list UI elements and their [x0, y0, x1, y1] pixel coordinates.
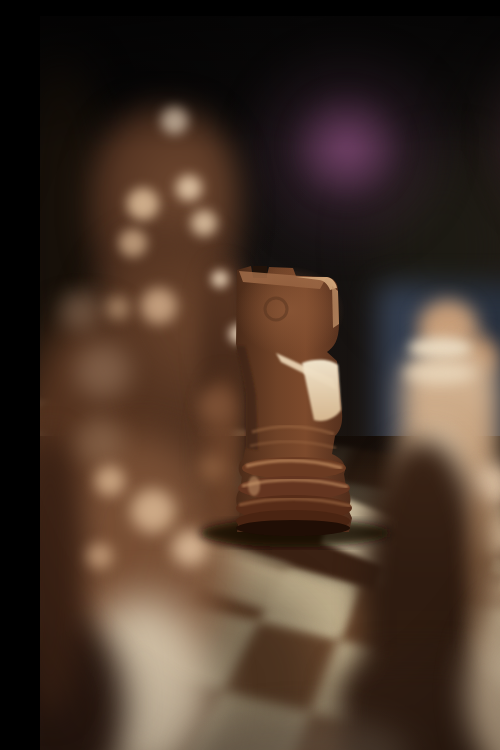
knight-face-sheen [235, 266, 345, 356]
knight-base-contact [236, 520, 350, 536]
photo-stage: Low-angle macro photograph of a wooden c… [40, 16, 500, 750]
knight-base-speck [248, 476, 260, 496]
knight-piece [40, 16, 500, 750]
